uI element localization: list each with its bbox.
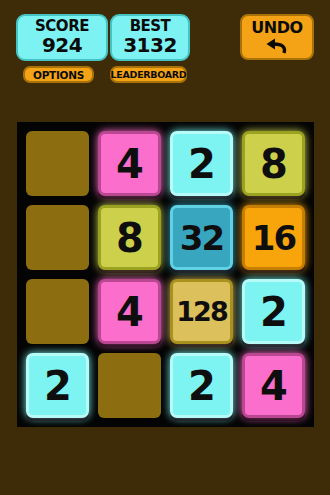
tile-2: 2 bbox=[26, 353, 89, 418]
options-button[interactable]: OPTIONS bbox=[23, 66, 94, 83]
score-panel: SCORE 924 bbox=[16, 14, 108, 61]
board-2048[interactable]: 4288321641282224 bbox=[17, 122, 314, 427]
tile-2: 2 bbox=[242, 279, 305, 344]
tile-16: 16 bbox=[242, 205, 305, 270]
undo-button[interactable]: UNDO bbox=[240, 14, 314, 60]
score-value: 924 bbox=[42, 35, 82, 56]
empty-cell bbox=[26, 131, 89, 196]
undo-button-label: UNDO bbox=[251, 20, 302, 36]
empty-cell bbox=[98, 353, 161, 418]
best-value: 3132 bbox=[123, 35, 177, 56]
tile-32: 32 bbox=[170, 205, 233, 270]
tile-8: 8 bbox=[98, 205, 161, 270]
tile-4: 4 bbox=[242, 353, 305, 418]
best-panel: BEST 3132 bbox=[110, 14, 190, 61]
leaderboard-button[interactable]: LEADERBOARD bbox=[110, 66, 187, 83]
tile-2: 2 bbox=[170, 131, 233, 196]
empty-cell bbox=[26, 279, 89, 344]
tile-128: 128 bbox=[170, 279, 233, 344]
empty-cell bbox=[26, 205, 89, 270]
tile-2: 2 bbox=[170, 353, 233, 418]
tile-4: 4 bbox=[98, 131, 161, 196]
tile-8: 8 bbox=[242, 131, 305, 196]
tile-4: 4 bbox=[98, 279, 161, 344]
app-2048: SCORE 924 BEST 3132 UNDO OPTIONS LEADERB… bbox=[0, 0, 330, 495]
undo-arrow-icon bbox=[264, 37, 290, 54]
